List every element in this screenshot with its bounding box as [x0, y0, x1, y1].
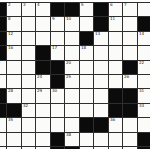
cell-r1c1[interactable]: 2	[7, 3, 22, 17]
clue-number: 13	[95, 32, 100, 36]
cell-r8c10[interactable]: 33	[138, 104, 151, 118]
clue-number: 32	[23, 104, 28, 108]
cell-r5c3-black	[36, 61, 51, 75]
cell-r9c7-black	[94, 118, 109, 132]
cell-r8c3[interactable]	[36, 104, 51, 118]
cell-r11c8[interactable]	[109, 147, 124, 150]
cell-r4c7[interactable]	[94, 46, 109, 60]
clue-number: 5	[81, 3, 84, 7]
cell-r2c7-black	[94, 17, 109, 31]
cell-r1c7-black	[94, 3, 109, 17]
cell-r7c10[interactable]: 31	[138, 89, 151, 103]
cell-r9c8[interactable]: 36	[109, 118, 124, 132]
clue-number: 10	[66, 17, 71, 21]
cell-r3c9[interactable]	[123, 32, 138, 46]
cell-r7c6[interactable]	[80, 89, 95, 103]
cell-r10c8[interactable]	[109, 133, 124, 147]
cell-r10c1[interactable]	[7, 133, 22, 147]
cell-r4c3-black	[36, 46, 51, 60]
cell-r1c5-black	[65, 3, 80, 17]
cell-r5c10[interactable]: 22	[138, 61, 151, 75]
cell-r9c1[interactable]: 35	[7, 118, 22, 132]
cell-r1c0-black	[0, 3, 7, 17]
cell-r6c10[interactable]	[138, 75, 151, 89]
cell-r7c8-black	[109, 89, 124, 103]
cell-r10c3[interactable]	[36, 133, 51, 147]
cell-r1c4-black	[51, 3, 66, 17]
cell-r8c2[interactable]: 32	[22, 104, 37, 118]
clue-number: 9	[52, 17, 55, 21]
cell-r5c6[interactable]	[80, 61, 95, 75]
cell-r6c2[interactable]	[22, 75, 37, 89]
cell-r9c4[interactable]	[51, 118, 66, 132]
cell-r9c6-black	[80, 118, 95, 132]
cell-r5c9-black	[123, 61, 138, 75]
clue-number: 17	[52, 46, 57, 50]
cell-r11c5-black	[65, 147, 80, 150]
clue-number: 30	[52, 89, 57, 93]
cell-r8c7[interactable]	[94, 104, 109, 118]
cell-r11c3[interactable]	[36, 147, 51, 150]
cell-r2c2[interactable]	[22, 17, 37, 31]
cell-r9c10[interactable]	[138, 118, 151, 132]
clue-number: 7	[124, 3, 127, 7]
cell-r3c2[interactable]	[22, 32, 37, 46]
cell-r7c2[interactable]	[22, 89, 37, 103]
cell-r7c1[interactable]: 28	[7, 89, 22, 103]
cell-r6c8[interactable]	[109, 75, 124, 89]
cell-r7c3[interactable]: 29	[36, 89, 51, 103]
cell-r1c8[interactable]: 6	[109, 3, 124, 17]
clue-number: 18	[81, 46, 86, 50]
cell-r4c10[interactable]	[138, 46, 151, 60]
clue-number: 33	[139, 104, 144, 108]
cell-r10c6[interactable]	[80, 133, 95, 147]
cell-r9c5[interactable]	[65, 118, 80, 132]
clue-number: 16	[8, 46, 13, 50]
cell-r11c2[interactable]	[22, 147, 37, 150]
cell-r6c7[interactable]	[94, 75, 109, 89]
cell-r9c3[interactable]	[36, 118, 51, 132]
cell-r3c10[interactable]: 14	[138, 32, 151, 46]
clue-number: 35	[8, 118, 13, 122]
cell-r5c0[interactable]: 19	[0, 61, 7, 75]
crossword-board: 2345678910111213141617181920222324252628…	[0, 0, 150, 150]
crossword-grid: 2345678910111213141617181920222324252628…	[0, 2, 150, 149]
cell-r2c1[interactable]: 8	[7, 17, 22, 31]
cell-r10c5[interactable]: 38	[65, 133, 80, 147]
cell-r4c9[interactable]	[123, 46, 138, 60]
cell-r6c9[interactable]: 26	[123, 75, 138, 89]
cell-r8c4[interactable]	[51, 104, 66, 118]
cell-r5c2[interactable]	[22, 61, 37, 75]
cell-r3c4[interactable]	[51, 32, 66, 46]
cell-r7c4[interactable]: 30	[51, 89, 66, 103]
cell-r2c10-black	[138, 17, 151, 31]
cell-r11c1[interactable]	[7, 147, 22, 150]
cell-r5c1[interactable]	[7, 61, 22, 75]
cell-r3c8[interactable]	[109, 32, 124, 46]
cell-r8c8-black	[109, 104, 124, 118]
cell-r2c0-black	[0, 17, 7, 31]
clue-number: 28	[8, 89, 13, 93]
cell-r4c4[interactable]: 17	[51, 46, 66, 60]
cell-r6c5[interactable]: 25	[65, 75, 80, 89]
cell-r6c1[interactable]	[7, 75, 22, 89]
cell-r2c6[interactable]	[80, 17, 95, 31]
clue-number: 36	[110, 118, 115, 122]
clue-number: 25	[66, 75, 71, 79]
clue-number: 14	[139, 32, 144, 36]
clue-number: 12	[8, 32, 13, 36]
cell-r11c0[interactable]	[0, 147, 7, 150]
cell-r1c2[interactable]: 3	[22, 3, 37, 17]
cell-r5c5[interactable]: 20	[65, 61, 80, 75]
cell-r8c1-black	[7, 104, 22, 118]
clue-number: 29	[37, 89, 42, 93]
cell-r4c6[interactable]: 18	[80, 46, 95, 60]
cell-r11c6[interactable]	[80, 147, 95, 150]
clue-number: 22	[139, 61, 144, 65]
cell-r3c6-black	[80, 32, 95, 46]
clue-number: 4	[37, 3, 40, 7]
cell-r11c10-black	[138, 147, 151, 150]
cell-r3c1[interactable]: 12	[7, 32, 22, 46]
cell-r1c10[interactable]	[138, 3, 151, 17]
cell-r1c3[interactable]: 4	[36, 3, 51, 17]
cell-r2c4[interactable]: 9	[51, 17, 66, 31]
cell-r2c9[interactable]	[123, 17, 138, 31]
clue-number: 31	[139, 89, 144, 93]
cell-r9c2[interactable]	[22, 118, 37, 132]
clue-number: 24	[37, 75, 42, 79]
cell-r10c7[interactable]	[94, 133, 109, 147]
clue-number: 6	[110, 3, 113, 7]
cell-r2c5[interactable]: 10	[65, 17, 80, 31]
cell-r2c3[interactable]	[36, 17, 51, 31]
cell-r10c2[interactable]	[22, 133, 37, 147]
cell-r7c7[interactable]	[94, 89, 109, 103]
cell-r8c0-black	[0, 104, 7, 118]
cell-r11c4-black	[51, 147, 66, 150]
clue-number: 2	[8, 3, 11, 7]
cell-r6c3[interactable]: 24	[36, 75, 51, 89]
cell-r8c9-black	[123, 104, 138, 118]
cell-r11c7[interactable]	[94, 147, 109, 150]
cell-r4c0-black	[0, 46, 7, 60]
cell-r3c7[interactable]: 13	[94, 32, 109, 46]
cell-r1c6[interactable]: 5	[80, 3, 95, 17]
cell-r5c7[interactable]	[94, 61, 109, 75]
cell-r2c8[interactable]: 11	[109, 17, 124, 31]
cell-r6c0[interactable]: 23	[0, 75, 7, 89]
cell-r11c9[interactable]	[123, 147, 138, 150]
clue-number: 3	[23, 3, 26, 7]
clue-number: 38	[66, 133, 71, 137]
cell-r6c6[interactable]	[80, 75, 95, 89]
cell-r10c0[interactable]	[0, 133, 7, 147]
cell-r10c9[interactable]	[123, 133, 138, 147]
cell-r5c8[interactable]	[109, 61, 124, 75]
cell-r7c0-black	[0, 89, 7, 103]
cell-r3c3[interactable]	[36, 32, 51, 46]
clue-number: 11	[110, 17, 115, 21]
cell-r10c4-black	[51, 133, 66, 147]
cell-r4c8[interactable]	[109, 46, 124, 60]
cell-r4c1[interactable]: 16	[7, 46, 22, 60]
cell-r9c0[interactable]: 34	[0, 118, 7, 132]
clue-number: 26	[124, 75, 129, 79]
cell-r7c5[interactable]	[65, 89, 80, 103]
cell-r8c6[interactable]	[80, 104, 95, 118]
cell-r5c4-black	[51, 61, 66, 75]
clue-number: 20	[66, 61, 71, 65]
clue-number: 8	[8, 17, 11, 21]
cell-r3c0-black	[0, 32, 7, 46]
cell-r8c5[interactable]	[65, 104, 80, 118]
cell-r3c5[interactable]	[65, 32, 80, 46]
cell-r4c5[interactable]	[65, 46, 80, 60]
cell-r7c9-black	[123, 89, 138, 103]
cell-r4c2[interactable]	[22, 46, 37, 60]
cell-r6c4-black	[51, 75, 66, 89]
cell-r1c9[interactable]: 7	[123, 3, 138, 17]
cell-r9c9[interactable]	[123, 118, 138, 132]
cell-r10c10-black	[138, 133, 151, 147]
